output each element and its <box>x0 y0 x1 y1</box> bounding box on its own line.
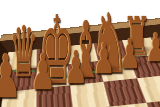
pieces-layer: ♟♟♛♚♟♝♟♞♟♜♟ <box>0 0 160 107</box>
piece-pawn-c7: ♟ <box>0 46 22 106</box>
piece-pawn-d7: ♟ <box>30 48 56 97</box>
piece-pawn-h7: ♟ <box>146 28 160 68</box>
piece-pawn-e7: ♟ <box>64 45 87 90</box>
chess-set-photo: ♟♟♛♚♟♝♟♞♟♜♟ <box>0 0 160 107</box>
